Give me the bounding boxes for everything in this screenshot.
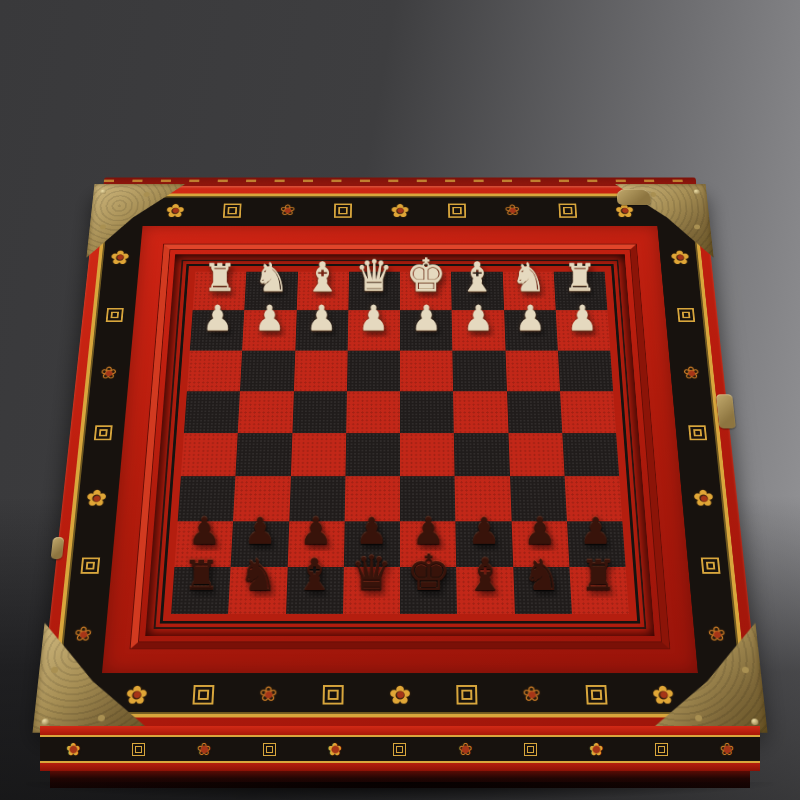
- square-r0c0[interactable]: [193, 272, 247, 311]
- meander-key-icon: [80, 558, 100, 574]
- peony-flower-icon: ✿: [389, 682, 411, 707]
- meander-key-icon: [193, 685, 215, 704]
- square-r0c2[interactable]: [296, 272, 349, 311]
- square-r2c0[interactable]: [187, 350, 242, 391]
- square-r0c5[interactable]: [451, 272, 504, 311]
- square-r2c3[interactable]: [347, 350, 400, 391]
- square-r0c6[interactable]: [502, 272, 555, 311]
- peony-flower-icon: ❀: [197, 741, 211, 758]
- square-r0c1[interactable]: [244, 272, 297, 311]
- peony-flower-icon: ❀: [280, 203, 296, 218]
- peony-flower-icon: ✿: [614, 201, 635, 219]
- square-r3c3[interactable]: [346, 391, 400, 433]
- square-r3c7[interactable]: [560, 391, 616, 433]
- peony-flower-icon: ✿: [589, 741, 603, 758]
- square-r1c7[interactable]: [556, 310, 611, 350]
- square-r2c1[interactable]: [240, 350, 295, 391]
- square-r7c5[interactable]: [456, 567, 514, 614]
- square-r7c0[interactable]: [171, 567, 231, 614]
- square-r6c5[interactable]: [456, 521, 513, 567]
- square-r2c4[interactable]: [400, 350, 453, 391]
- square-r4c7[interactable]: [562, 433, 619, 476]
- border-band-top: ✿❀✿❀✿: [145, 196, 655, 224]
- meander-key-icon: [677, 308, 695, 322]
- peony-flower-icon: ❀: [682, 365, 700, 382]
- square-r1c4[interactable]: [400, 310, 453, 350]
- peony-flower-icon: ❀: [720, 741, 734, 758]
- square-r5c5[interactable]: [455, 476, 511, 520]
- square-r6c6[interactable]: [511, 521, 569, 567]
- square-r0c3[interactable]: [348, 272, 400, 311]
- square-r1c2[interactable]: [295, 310, 348, 350]
- square-r1c1[interactable]: [242, 310, 296, 350]
- square-r3c5[interactable]: [453, 391, 508, 433]
- square-r7c7[interactable]: [569, 567, 629, 614]
- square-r2c6[interactable]: [505, 350, 560, 391]
- peony-flower-icon: ✿: [125, 682, 149, 707]
- board-frame-line: [160, 264, 640, 624]
- square-r1c0[interactable]: [190, 310, 245, 350]
- square-r4c3[interactable]: [345, 433, 400, 476]
- meander-key-icon: [263, 743, 276, 756]
- chess-box-lid: ✿❀✿❀✿ ✿❀✿❀✿ ✿❀✿❀ ✿❀✿❀ ♜♞♝♛♚♝♞♜♟♟♟♟♟♟♟♟♟♟…: [38, 186, 762, 728]
- square-r5c4[interactable]: [400, 476, 456, 520]
- peony-flower-icon: ✿: [390, 201, 409, 219]
- peony-flower-icon: ❀: [522, 684, 541, 704]
- square-r7c3[interactable]: [343, 567, 400, 614]
- square-r7c4[interactable]: [400, 567, 457, 614]
- meander-key-icon: [132, 743, 145, 756]
- meander-key-icon: [585, 685, 607, 704]
- meander-key-icon: [393, 743, 406, 756]
- square-r2c5[interactable]: [453, 350, 507, 391]
- meander-key-icon: [448, 203, 466, 217]
- meander-key-icon: [688, 426, 707, 441]
- square-r6c2[interactable]: [287, 521, 344, 567]
- meander-key-icon: [655, 743, 668, 756]
- square-r6c3[interactable]: [344, 521, 400, 567]
- square-r5c1[interactable]: [233, 476, 290, 520]
- meander-key-icon: [223, 203, 242, 217]
- square-r2c7[interactable]: [558, 350, 613, 391]
- peony-flower-icon: ❀: [458, 741, 472, 758]
- square-r0c7[interactable]: [553, 272, 607, 311]
- square-r4c1[interactable]: [236, 433, 292, 476]
- square-r5c3[interactable]: [344, 476, 400, 520]
- meander-key-icon: [456, 685, 477, 704]
- square-r3c1[interactable]: [238, 391, 294, 433]
- meander-key-icon: [700, 558, 720, 574]
- meander-key-icon: [334, 203, 352, 217]
- square-r5c0[interactable]: [178, 476, 236, 520]
- meander-key-icon: [558, 203, 577, 217]
- box-side-face: ✿❀✿❀✿❀: [40, 726, 760, 788]
- square-r6c4[interactable]: [400, 521, 456, 567]
- square-r3c4[interactable]: [400, 391, 454, 433]
- square-r6c1[interactable]: [231, 521, 289, 567]
- peony-flower-icon: ✿: [327, 741, 341, 758]
- square-r0c4[interactable]: [400, 272, 452, 311]
- square-r7c2[interactable]: [286, 567, 344, 614]
- square-r3c6[interactable]: [507, 391, 563, 433]
- square-r1c3[interactable]: [347, 310, 400, 350]
- peony-flower-icon: ❀: [504, 203, 520, 218]
- square-r6c0[interactable]: [174, 521, 233, 567]
- peony-flower-icon: ✿: [651, 682, 675, 707]
- peony-flower-icon: ✿: [165, 201, 186, 219]
- peony-flower-icon: ✿: [669, 248, 690, 267]
- peony-flower-icon: ❀: [707, 624, 727, 644]
- square-r4c4[interactable]: [400, 433, 455, 476]
- peony-flower-icon: ✿: [692, 487, 715, 509]
- peony-flower-icon: ✿: [85, 487, 108, 509]
- square-r2c2[interactable]: [293, 350, 347, 391]
- square-r4c6[interactable]: [508, 433, 564, 476]
- floor-shadow: [26, 782, 774, 800]
- peony-flower-icon: ❀: [259, 684, 278, 704]
- square-r5c6[interactable]: [510, 476, 567, 520]
- peony-flower-icon: ❀: [100, 365, 118, 382]
- peony-flower-icon: ✿: [66, 741, 80, 758]
- peony-flower-icon: ✿: [109, 248, 130, 267]
- square-r5c7[interactable]: [564, 476, 622, 520]
- side-red-trim: [40, 726, 760, 735]
- side-red-trim-lower: [40, 763, 760, 771]
- square-r5c2[interactable]: [289, 476, 345, 520]
- square-r1c5[interactable]: [452, 310, 505, 350]
- square-r4c2[interactable]: [290, 433, 346, 476]
- square-r6c7[interactable]: [567, 521, 626, 567]
- square-r3c0[interactable]: [184, 391, 240, 433]
- square-r4c5[interactable]: [454, 433, 510, 476]
- square-r7c6[interactable]: [513, 567, 572, 614]
- square-r3c2[interactable]: [292, 391, 347, 433]
- meander-key-icon: [93, 426, 112, 441]
- chessboard[interactable]: [171, 272, 629, 614]
- side-floral-band: ✿❀✿❀✿❀: [40, 735, 760, 763]
- meander-key-icon: [524, 743, 537, 756]
- square-r1c6[interactable]: [504, 310, 558, 350]
- meander-key-icon: [323, 685, 344, 704]
- meander-key-icon: [105, 308, 123, 322]
- photo-background: ✿❀✿❀✿ ✿❀✿❀✿ ✿❀✿❀ ✿❀✿❀ ♜♞♝♛♚♝♞♜♟♟♟♟♟♟♟♟♟♟…: [0, 0, 800, 800]
- peony-flower-icon: ❀: [73, 624, 93, 644]
- square-r4c0[interactable]: [181, 433, 238, 476]
- square-r7c1[interactable]: [228, 567, 287, 614]
